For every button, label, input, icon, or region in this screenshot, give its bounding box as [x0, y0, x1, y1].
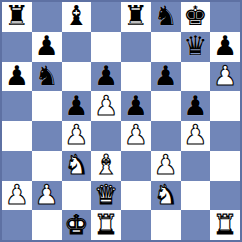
- piece-white-rook[interactable]: ♜: [94, 211, 118, 238]
- square-d3[interactable]: ♝: [91, 151, 121, 181]
- square-e1[interactable]: [121, 210, 151, 240]
- piece-white-pawn[interactable]: ♟: [35, 181, 59, 208]
- square-a8[interactable]: ♜: [2, 2, 32, 32]
- square-d5[interactable]: ♟: [91, 91, 121, 121]
- square-g6[interactable]: [181, 62, 211, 92]
- square-d8[interactable]: [91, 2, 121, 32]
- square-h4[interactable]: [210, 121, 240, 151]
- square-h8[interactable]: [210, 2, 240, 32]
- square-g3[interactable]: [181, 151, 211, 181]
- square-g7[interactable]: ♛: [181, 32, 211, 62]
- square-b2[interactable]: ♟: [32, 181, 62, 211]
- square-h3[interactable]: [210, 151, 240, 181]
- square-c5[interactable]: ♟: [62, 91, 92, 121]
- square-f4[interactable]: [151, 121, 181, 151]
- square-e4[interactable]: ♟: [121, 121, 151, 151]
- square-e6[interactable]: [121, 62, 151, 92]
- chess-board: ♜♝♜♞♚♟♛♟♟♞♟♟♟♟♟♟♟♟♟♟♞♝♟♟♟♛♞♚♜♜: [0, 0, 242, 242]
- square-c4[interactable]: ♟: [62, 121, 92, 151]
- square-f8[interactable]: ♞: [151, 2, 181, 32]
- square-a1[interactable]: [2, 210, 32, 240]
- square-b3[interactable]: [32, 151, 62, 181]
- square-b1[interactable]: [32, 210, 62, 240]
- square-a2[interactable]: ♟: [2, 181, 32, 211]
- square-g4[interactable]: ♟: [181, 121, 211, 151]
- square-h7[interactable]: ♟: [210, 32, 240, 62]
- piece-black-knight[interactable]: ♞: [35, 62, 59, 89]
- piece-black-rook[interactable]: ♜: [124, 2, 148, 29]
- square-b5[interactable]: [32, 91, 62, 121]
- square-d4[interactable]: [91, 121, 121, 151]
- piece-white-pawn[interactable]: ♟: [124, 121, 148, 148]
- square-h6[interactable]: ♟: [210, 62, 240, 92]
- square-e7[interactable]: [121, 32, 151, 62]
- piece-white-king[interactable]: ♚: [64, 211, 88, 238]
- square-b4[interactable]: [32, 121, 62, 151]
- piece-black-pawn[interactable]: ♟: [154, 62, 178, 89]
- piece-white-pawn[interactable]: ♟: [94, 92, 118, 119]
- square-b8[interactable]: [32, 2, 62, 32]
- piece-black-pawn[interactable]: ♟: [35, 32, 59, 59]
- square-f1[interactable]: [151, 210, 181, 240]
- piece-white-rook[interactable]: ♜: [213, 211, 237, 238]
- square-h2[interactable]: [210, 181, 240, 211]
- square-f7[interactable]: [151, 32, 181, 62]
- square-g5[interactable]: ♟: [181, 91, 211, 121]
- piece-black-pawn[interactable]: ♟: [213, 32, 237, 59]
- square-c2[interactable]: [62, 181, 92, 211]
- square-c3[interactable]: ♞: [62, 151, 92, 181]
- piece-black-queen[interactable]: ♛: [183, 32, 207, 59]
- piece-black-pawn[interactable]: ♟: [64, 92, 88, 119]
- square-e2[interactable]: [121, 181, 151, 211]
- square-g2[interactable]: [181, 181, 211, 211]
- piece-white-queen[interactable]: ♛: [94, 181, 118, 208]
- square-a4[interactable]: [2, 121, 32, 151]
- piece-white-knight[interactable]: ♞: [154, 181, 178, 208]
- square-a6[interactable]: ♟: [2, 62, 32, 92]
- square-e3[interactable]: [121, 151, 151, 181]
- piece-black-pawn[interactable]: ♟: [94, 62, 118, 89]
- square-b6[interactable]: ♞: [32, 62, 62, 92]
- square-f3[interactable]: ♟: [151, 151, 181, 181]
- square-g8[interactable]: ♚: [181, 2, 211, 32]
- piece-black-rook[interactable]: ♜: [5, 2, 29, 29]
- square-d6[interactable]: ♟: [91, 62, 121, 92]
- piece-white-pawn[interactable]: ♟: [154, 151, 178, 178]
- piece-black-pawn[interactable]: ♟: [124, 92, 148, 119]
- piece-white-knight[interactable]: ♞: [64, 151, 88, 178]
- piece-white-bishop[interactable]: ♝: [94, 151, 118, 178]
- square-c1[interactable]: ♚: [62, 210, 92, 240]
- square-d2[interactable]: ♛: [91, 181, 121, 211]
- piece-white-pawn[interactable]: ♟: [213, 62, 237, 89]
- piece-white-pawn[interactable]: ♟: [183, 121, 207, 148]
- piece-white-pawn[interactable]: ♟: [64, 121, 88, 148]
- square-a5[interactable]: [2, 91, 32, 121]
- square-h1[interactable]: ♜: [210, 210, 240, 240]
- square-c6[interactable]: [62, 62, 92, 92]
- piece-black-bishop[interactable]: ♝: [64, 2, 88, 29]
- square-c8[interactable]: ♝: [62, 2, 92, 32]
- piece-black-pawn[interactable]: ♟: [5, 62, 29, 89]
- piece-white-pawn[interactable]: ♟: [5, 181, 29, 208]
- square-f6[interactable]: ♟: [151, 62, 181, 92]
- square-e8[interactable]: ♜: [121, 2, 151, 32]
- square-b7[interactable]: ♟: [32, 32, 62, 62]
- square-f5[interactable]: [151, 91, 181, 121]
- square-g1[interactable]: [181, 210, 211, 240]
- square-e5[interactable]: ♟: [121, 91, 151, 121]
- piece-black-knight[interactable]: ♞: [154, 2, 178, 29]
- square-d1[interactable]: ♜: [91, 210, 121, 240]
- square-a3[interactable]: [2, 151, 32, 181]
- piece-black-king[interactable]: ♚: [183, 2, 207, 29]
- square-a7[interactable]: [2, 32, 32, 62]
- piece-black-pawn[interactable]: ♟: [183, 92, 207, 119]
- square-d7[interactable]: [91, 32, 121, 62]
- square-c7[interactable]: [62, 32, 92, 62]
- square-h5[interactable]: [210, 91, 240, 121]
- square-f2[interactable]: ♞: [151, 181, 181, 211]
